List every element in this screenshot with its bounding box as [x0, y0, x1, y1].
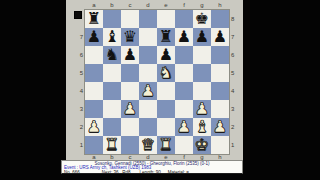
square-d3[interactable] [139, 100, 157, 118]
white-bishop[interactable]: ♝ [193, 118, 211, 136]
square-f8[interactable] [175, 10, 193, 28]
square-f3[interactable] [175, 100, 193, 118]
black-bishop[interactable]: ♝ [103, 28, 121, 46]
video-frame: ♜♚♟♝♛♜♟♟♟♞♟♟♞♟♟♟♟♟♝♟♜♛♜♚ aabbccddeeffggh… [0, 0, 320, 180]
white-pawn[interactable]: ♟ [211, 118, 229, 136]
board-frame: ♜♚♟♝♛♜♟♟♟♞♟♟♞♟♟♟♟♟♝♟♜♛♜♚ aabbccddeeffggh… [66, 0, 243, 160]
square-g3[interactable]: ♟ [193, 100, 211, 118]
caption-status-row: No. 666 Next: 36...Rd8 Length: 90 Materi… [62, 171, 242, 175]
square-c1[interactable] [121, 136, 139, 154]
square-c4[interactable] [121, 82, 139, 100]
square-e5[interactable]: ♞ [157, 64, 175, 82]
square-e1[interactable]: ♜ [157, 136, 175, 154]
file-label-top-g: g [193, 2, 211, 8]
square-a1[interactable] [85, 136, 103, 154]
caption-material: Material: = [168, 171, 189, 175]
black-pawn[interactable]: ♟ [85, 28, 103, 46]
square-h8[interactable] [211, 10, 229, 28]
square-g4[interactable] [193, 82, 211, 100]
white-pawn[interactable]: ♟ [121, 100, 139, 118]
rank-label-left-7: 7 [75, 28, 83, 46]
rank-label-right-6: 6 [231, 46, 239, 64]
rank-label-right-3: 3 [231, 100, 239, 118]
white-king[interactable]: ♚ [193, 136, 211, 154]
board: ♜♚♟♝♛♜♟♟♟♞♟♟♞♟♟♟♟♟♝♟♜♛♜♚ [85, 10, 229, 154]
square-f7[interactable]: ♟ [175, 28, 193, 46]
white-pawn[interactable]: ♟ [193, 100, 211, 118]
square-h6[interactable] [211, 46, 229, 64]
black-rook[interactable]: ♜ [85, 10, 103, 28]
white-pawn[interactable]: ♟ [85, 118, 103, 136]
rank-label-left-6: 6 [75, 46, 83, 64]
square-e3[interactable] [157, 100, 175, 118]
rank-label-right-1: 1 [231, 136, 239, 154]
rank-label-left-1: 1 [75, 136, 83, 154]
square-a2[interactable]: ♟ [85, 118, 103, 136]
file-label-top-f: f [175, 2, 193, 8]
black-king[interactable]: ♚ [193, 10, 211, 28]
black-to-move-indicator [74, 11, 82, 19]
square-g2[interactable]: ♝ [193, 118, 211, 136]
file-label-top-b: b [103, 2, 121, 8]
black-pawn[interactable]: ♟ [121, 46, 139, 64]
caption-game-number: No. 666 [64, 171, 80, 175]
rank-label-left-4: 4 [75, 82, 83, 100]
rank-label-left-5: 5 [75, 64, 83, 82]
black-pawn[interactable]: ♟ [211, 28, 229, 46]
square-h2[interactable]: ♟ [211, 118, 229, 136]
white-rook[interactable]: ♜ [157, 136, 175, 154]
square-e7[interactable]: ♜ [157, 28, 175, 46]
square-a4[interactable] [85, 82, 103, 100]
rank-label-right-4: 4 [231, 82, 239, 100]
rank-label-right-5: 5 [231, 64, 239, 82]
square-c8[interactable] [121, 10, 139, 28]
white-knight[interactable]: ♞ [157, 64, 175, 82]
square-g1[interactable]: ♚ [193, 136, 211, 154]
white-pawn[interactable]: ♟ [139, 82, 157, 100]
white-queen[interactable]: ♛ [139, 136, 157, 154]
square-f6[interactable] [175, 46, 193, 64]
square-c7[interactable]: ♛ [121, 28, 139, 46]
square-d7[interactable] [139, 28, 157, 46]
rank-label-right-7: 7 [231, 28, 239, 46]
square-d8[interactable] [139, 10, 157, 28]
square-b7[interactable]: ♝ [103, 28, 121, 46]
square-d5[interactable] [139, 64, 157, 82]
rank-label-left-3: 3 [75, 100, 83, 118]
caption-next-move: Next: 36...Rd8 [102, 171, 131, 175]
rank-label-right-2: 2 [231, 118, 239, 136]
square-b2[interactable] [103, 118, 121, 136]
square-a5[interactable] [85, 64, 103, 82]
black-rook[interactable]: ♜ [157, 28, 175, 46]
file-label-top-a: a [85, 2, 103, 8]
square-g7[interactable]: ♟ [193, 28, 211, 46]
square-b6[interactable]: ♞ [103, 46, 121, 64]
black-pawn[interactable]: ♟ [193, 28, 211, 46]
file-label-top-c: c [121, 2, 139, 8]
rank-label-right-8: 8 [231, 10, 239, 28]
white-pawn[interactable]: ♟ [175, 118, 193, 136]
square-c6[interactable]: ♟ [121, 46, 139, 64]
black-pawn[interactable]: ♟ [175, 28, 193, 46]
square-a8[interactable]: ♜ [85, 10, 103, 28]
square-e8[interactable] [157, 10, 175, 28]
square-b4[interactable] [103, 82, 121, 100]
file-label-top-d: d [139, 2, 157, 8]
black-queen[interactable]: ♛ [121, 28, 139, 46]
square-f1[interactable] [175, 136, 193, 154]
square-e4[interactable] [157, 82, 175, 100]
square-h5[interactable] [211, 64, 229, 82]
square-f4[interactable] [175, 82, 193, 100]
square-a3[interactable] [85, 100, 103, 118]
square-h7[interactable]: ♟ [211, 28, 229, 46]
square-b5[interactable] [103, 64, 121, 82]
caption-panel: Sosonko, Gennadi (2550) - Gheorghiu, Flo… [61, 160, 243, 174]
square-g8[interactable]: ♚ [193, 10, 211, 28]
white-rook[interactable]: ♜ [103, 136, 121, 154]
square-d4[interactable]: ♟ [139, 82, 157, 100]
square-d2[interactable] [139, 118, 157, 136]
black-knight[interactable]: ♞ [103, 46, 121, 64]
square-a6[interactable] [85, 46, 103, 64]
square-d1[interactable]: ♛ [139, 136, 157, 154]
square-a7[interactable]: ♟ [85, 28, 103, 46]
square-b1[interactable]: ♜ [103, 136, 121, 154]
square-h1[interactable] [211, 136, 229, 154]
square-g5[interactable] [193, 64, 211, 82]
square-h4[interactable] [211, 82, 229, 100]
square-e2[interactable] [157, 118, 175, 136]
caption-length: Length: 90 [140, 171, 161, 175]
square-f5[interactable] [175, 64, 193, 82]
square-e6[interactable]: ♟ [157, 46, 175, 64]
square-g6[interactable] [193, 46, 211, 64]
square-c2[interactable] [121, 118, 139, 136]
file-label-top-e: e [157, 2, 175, 8]
square-h3[interactable] [211, 100, 229, 118]
square-c3[interactable]: ♟ [121, 100, 139, 118]
square-d6[interactable] [139, 46, 157, 64]
square-f2[interactable]: ♟ [175, 118, 193, 136]
file-label-top-h: h [211, 2, 229, 8]
rank-label-left-2: 2 [75, 118, 83, 136]
square-b8[interactable] [103, 10, 121, 28]
square-c5[interactable] [121, 64, 139, 82]
square-b3[interactable] [103, 100, 121, 118]
black-pawn[interactable]: ♟ [157, 46, 175, 64]
